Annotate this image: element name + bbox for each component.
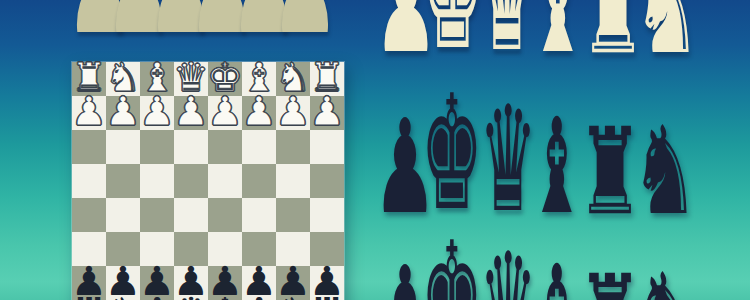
piece-bP[interactable]: ♟: [139, 261, 175, 300]
board-square-r1c2[interactable]: ♞: [106, 62, 140, 96]
piece-wQ[interactable]: ♛: [173, 57, 209, 97]
navy-rook-silhouette: ♜: [577, 112, 644, 232]
board-square-r5c1[interactable]: [72, 198, 106, 232]
board-square-r4c7[interactable]: [276, 164, 310, 198]
piece-bP[interactable]: ♟: [309, 261, 345, 300]
piece-wP[interactable]: ♟: [173, 91, 209, 131]
board-square-r6c1[interactable]: [72, 232, 106, 266]
board-square-r2c3[interactable]: ♟: [140, 96, 174, 130]
board-square-r4c2[interactable]: [106, 164, 140, 198]
board-square-r4c5[interactable]: [208, 164, 242, 198]
ivory-queen-silhouette: ♛: [478, 0, 536, 71]
piece-bP[interactable]: ♟: [207, 261, 243, 300]
piece-bP[interactable]: ♟: [71, 261, 107, 300]
board-square-r3c1[interactable]: [72, 130, 106, 164]
board-square-r7c6[interactable]: ♟: [242, 266, 276, 300]
piece-wB[interactable]: ♝: [139, 57, 175, 97]
ivory-bishop-silhouette: ♝: [530, 0, 587, 71]
piece-wP[interactable]: ♟: [275, 91, 311, 131]
board-square-r4c6[interactable]: [242, 164, 276, 198]
piece-bP[interactable]: ♟: [105, 261, 141, 300]
board-square-r1c8[interactable]: ♜: [310, 62, 344, 96]
board-square-r1c5[interactable]: ♚: [208, 62, 242, 96]
board-square-r5c4[interactable]: [174, 198, 208, 232]
board-square-r2c1[interactable]: ♟: [72, 96, 106, 130]
navy-pawn-silhouette: ♟: [373, 102, 437, 232]
piece-wP[interactable]: ♟: [241, 91, 277, 131]
board-square-r2c8[interactable]: ♟: [310, 96, 344, 130]
board-square-r7c2[interactable]: ♟: [106, 266, 140, 300]
board-square-r7c5[interactable]: ♟: [208, 266, 242, 300]
navy-pawn-silhouette: ♟: [373, 249, 437, 300]
board-square-r6c4[interactable]: [174, 232, 208, 266]
piece-wB[interactable]: ♝: [241, 57, 277, 97]
piece-wP[interactable]: ♟: [207, 91, 243, 131]
board-square-r4c3[interactable]: [140, 164, 174, 198]
ivory-rook-silhouette: ♜: [580, 0, 647, 71]
board-square-r7c7[interactable]: ♟: [276, 266, 310, 300]
board-square-r6c8[interactable]: [310, 232, 344, 266]
board-square-r7c4[interactable]: ♟: [174, 266, 208, 300]
board-square-r1c7[interactable]: ♞: [276, 62, 310, 96]
board-square-r2c6[interactable]: ♟: [242, 96, 276, 130]
board-square-r3c6[interactable]: [242, 130, 276, 164]
board-square-r6c5[interactable]: [208, 232, 242, 266]
piece-wP[interactable]: ♟: [71, 91, 107, 131]
khaki-pawn-silhouette: ♟: [65, 0, 134, 54]
ivory-knight-silhouette: ♞: [633, 0, 701, 71]
chess-illustration: ♜♞♝♛♚♝♞♜♟♟♟♟♟♟♟♟♟♟♟♟♟♟♟♟♜♞♝♛♚♝♞♜ ♟♟♟♟♟♟♟…: [0, 0, 750, 300]
piece-wP[interactable]: ♟: [139, 91, 175, 131]
khaki-pawn-silhouette: ♟: [229, 0, 298, 54]
khaki-pawn-silhouette: ♟: [146, 0, 215, 54]
board-square-r3c2[interactable]: [106, 130, 140, 164]
board-square-r6c6[interactable]: [242, 232, 276, 266]
khaki-pawn-silhouette: ♟: [187, 0, 256, 54]
navy-bishop-silhouette: ♝: [529, 247, 586, 300]
board-square-r3c8[interactable]: [310, 130, 344, 164]
board-square-r5c2[interactable]: [106, 198, 140, 232]
board-square-r6c3[interactable]: [140, 232, 174, 266]
board-square-r3c5[interactable]: [208, 130, 242, 164]
board-square-r2c7[interactable]: ♟: [276, 96, 310, 130]
board-square-r5c6[interactable]: [242, 198, 276, 232]
board-square-r4c4[interactable]: [174, 164, 208, 198]
piece-wK[interactable]: ♚: [207, 57, 243, 97]
board-square-r6c2[interactable]: [106, 232, 140, 266]
navy-bishop-silhouette: ♝: [529, 100, 586, 232]
board-square-r4c8[interactable]: [310, 164, 344, 198]
ivory-king-silhouette: ♚: [422, 0, 484, 71]
board-square-r3c7[interactable]: [276, 130, 310, 164]
board-square-r4c1[interactable]: [72, 164, 106, 198]
piece-wR[interactable]: ♜: [71, 57, 107, 97]
board-square-r5c8[interactable]: [310, 198, 344, 232]
khaki-pawn-silhouette: ♟: [104, 0, 173, 54]
navy-queen-silhouette: ♛: [479, 86, 537, 232]
board-square-r7c8[interactable]: ♟: [310, 266, 344, 300]
board-square-r2c4[interactable]: ♟: [174, 96, 208, 130]
navy-queen-silhouette: ♛: [479, 233, 537, 300]
piece-wP[interactable]: ♟: [309, 91, 345, 131]
board-square-r5c7[interactable]: [276, 198, 310, 232]
board-square-r2c2[interactable]: ♟: [106, 96, 140, 130]
chess-board[interactable]: ♜♞♝♛♚♝♞♜♟♟♟♟♟♟♟♟♟♟♟♟♟♟♟♟♜♞♝♛♚♝♞♜: [72, 62, 344, 300]
board-square-r7c3[interactable]: ♟: [140, 266, 174, 300]
board-square-r1c6[interactable]: ♝: [242, 62, 276, 96]
navy-knight-silhouette: ♞: [631, 257, 699, 300]
piece-wP[interactable]: ♟: [105, 91, 141, 131]
board-square-r7c1[interactable]: ♟: [72, 266, 106, 300]
navy-rook-silhouette: ♜: [577, 259, 644, 300]
piece-wR[interactable]: ♜: [309, 57, 345, 97]
board-square-r1c3[interactable]: ♝: [140, 62, 174, 96]
piece-bP[interactable]: ♟: [173, 261, 209, 300]
board-square-r2c5[interactable]: ♟: [208, 96, 242, 130]
board-square-r1c1[interactable]: ♜: [72, 62, 106, 96]
piece-bP[interactable]: ♟: [275, 261, 311, 300]
piece-bP[interactable]: ♟: [241, 261, 277, 300]
board-square-r3c3[interactable]: [140, 130, 174, 164]
piece-wN[interactable]: ♞: [105, 57, 141, 97]
khaki-pawn-silhouette: ♟: [270, 0, 339, 54]
navy-king-silhouette: ♚: [421, 221, 483, 300]
piece-wN[interactable]: ♞: [275, 57, 311, 97]
board-square-r3c4[interactable]: [174, 130, 208, 164]
board-square-r5c3[interactable]: [140, 198, 174, 232]
board-square-r1c4[interactable]: ♛: [174, 62, 208, 96]
ivory-pawn-silhouette: ♟: [374, 0, 438, 71]
navy-king-silhouette: ♚: [421, 74, 483, 232]
board-square-r6c7[interactable]: [276, 232, 310, 266]
navy-knight-silhouette: ♞: [631, 110, 699, 232]
board-square-r5c5[interactable]: [208, 198, 242, 232]
